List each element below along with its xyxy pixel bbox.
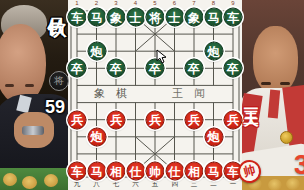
table-piece xyxy=(3,173,17,186)
piece-red[interactable]: 仕 xyxy=(126,162,145,181)
table-piece xyxy=(268,179,282,190)
piece-red[interactable]: 车 xyxy=(68,162,87,181)
piece-red[interactable]: 兵 xyxy=(107,110,126,129)
piece-red[interactable]: 马 xyxy=(87,162,106,181)
piece-black[interactable]: 象 xyxy=(107,8,126,27)
column-label: 2 xyxy=(95,0,98,6)
column-label: 1 xyxy=(75,0,78,6)
column-label: 3 xyxy=(114,0,117,6)
river-text-right: 王闻 xyxy=(172,86,216,101)
broadcast-frame: 象棋 王闻 123456789 九八七六五四三二一 车马象士将士象马车炮炮卒卒卒… xyxy=(0,0,304,190)
column-label: 一 xyxy=(230,180,237,189)
piece-black[interactable]: 士 xyxy=(126,8,145,27)
right-eye xyxy=(25,84,34,87)
piece-red[interactable]: 兵 xyxy=(185,110,204,129)
column-label: 6 xyxy=(173,0,176,6)
piece-black[interactable]: 卒 xyxy=(68,59,87,78)
column-label: 四 xyxy=(171,180,178,189)
partial-number-overlay: 3 xyxy=(294,150,304,181)
piece-red[interactable]: 兵 xyxy=(224,110,243,129)
piece-red[interactable]: 相 xyxy=(185,162,204,181)
column-label: 8 xyxy=(212,0,215,6)
piece-black[interactable]: 卒 xyxy=(224,59,243,78)
piece-black[interactable]: 马 xyxy=(87,8,106,27)
column-label: 六 xyxy=(132,180,139,189)
piece-red[interactable]: 兵 xyxy=(68,110,87,129)
piece-black[interactable]: 车 xyxy=(224,8,243,27)
left-player-photo xyxy=(0,0,68,190)
left-player-name: 吕钦 xyxy=(46,2,68,6)
left-eye xyxy=(5,84,14,87)
right-player-name: 王天一 xyxy=(243,99,259,102)
column-label: 二 xyxy=(210,180,217,189)
right-eye xyxy=(280,82,290,85)
piece-black[interactable]: 马 xyxy=(204,8,223,27)
piece-red[interactable]: 兵 xyxy=(146,110,165,129)
left-player-face xyxy=(0,24,46,104)
left-player-number: 59 xyxy=(45,97,65,118)
gold-medallion xyxy=(280,131,293,144)
wristwatch xyxy=(22,126,44,135)
piece-red[interactable]: 仕 xyxy=(165,162,184,181)
left-eye xyxy=(261,82,271,85)
red-general-glyph: 帅 xyxy=(242,162,258,181)
column-label: 9 xyxy=(231,0,234,6)
column-label: 5 xyxy=(153,0,156,6)
black-general-glyph: 将 xyxy=(54,74,64,88)
column-label: 五 xyxy=(152,180,159,189)
piece-red[interactable]: 马 xyxy=(204,162,223,181)
piece-black[interactable]: 车 xyxy=(68,8,87,27)
piece-black[interactable]: 士 xyxy=(165,8,184,27)
table-piece xyxy=(44,174,58,187)
column-label: 九 xyxy=(74,180,81,189)
piece-black[interactable]: 炮 xyxy=(87,42,106,61)
piece-red[interactable]: 炮 xyxy=(87,127,106,146)
piece-red[interactable]: 炮 xyxy=(204,127,223,146)
table-piece xyxy=(22,176,37,189)
piece-black[interactable]: 炮 xyxy=(204,42,223,61)
piece-black[interactable]: 象 xyxy=(185,8,204,27)
piece-black[interactable]: 将 xyxy=(146,8,165,27)
column-label: 七 xyxy=(113,180,120,189)
piece-black[interactable]: 卒 xyxy=(185,59,204,78)
column-label: 7 xyxy=(192,0,195,6)
right-player-face xyxy=(253,26,298,94)
piece-red[interactable]: 帅 xyxy=(146,162,165,181)
column-label: 4 xyxy=(134,0,137,6)
column-label: 三 xyxy=(191,180,198,189)
piece-red[interactable]: 相 xyxy=(107,162,126,181)
river-text-left: 象棋 xyxy=(94,86,138,101)
mouse-cursor xyxy=(156,49,167,64)
xiangqi-board[interactable]: 象棋 王闻 123456789 九八七六五四三二一 车马象士将士象马车炮炮卒卒卒… xyxy=(68,0,242,190)
column-label: 八 xyxy=(93,180,100,189)
piece-black[interactable]: 卒 xyxy=(107,59,126,78)
black-side-badge: 将 xyxy=(49,71,69,91)
